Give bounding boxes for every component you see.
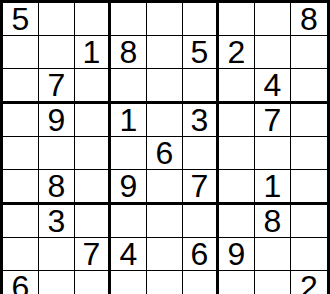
cell-r2c2[interactable]: [39, 36, 75, 69]
cell-r9c1: 6: [3, 271, 39, 294]
cell-r5c7[interactable]: [219, 137, 255, 170]
cell-r9c5[interactable]: [147, 271, 183, 294]
cell-r6c6: 7: [183, 170, 219, 205]
cell-r6c2: 8: [39, 170, 75, 205]
cell-r3c2: 7: [39, 69, 75, 104]
cell-r5c6[interactable]: [183, 137, 219, 170]
cell-r5c2[interactable]: [39, 137, 75, 170]
cell-r9c8[interactable]: [255, 271, 291, 294]
cell-r4c2: 9: [39, 104, 75, 137]
cell-r3c7[interactable]: [219, 69, 255, 104]
cell-r9c6[interactable]: [183, 271, 219, 294]
cell-r5c4[interactable]: [111, 137, 147, 170]
cell-r7c3[interactable]: [75, 205, 111, 238]
cell-r2c4: 8: [111, 36, 147, 69]
cell-r8c4: 4: [111, 238, 147, 271]
cell-r3c5[interactable]: [147, 69, 183, 104]
cell-r1c7[interactable]: [219, 3, 255, 36]
cell-r2c9[interactable]: [291, 36, 327, 69]
cell-r3c9[interactable]: [291, 69, 327, 104]
cell-r3c6[interactable]: [183, 69, 219, 104]
cell-r8c7: 9: [219, 238, 255, 271]
cell-r4c4: 1: [111, 104, 147, 137]
cell-r5c5: 6: [147, 137, 183, 170]
cell-r8c2[interactable]: [39, 238, 75, 271]
cell-r7c9[interactable]: [291, 205, 327, 238]
cell-r9c2[interactable]: [39, 271, 75, 294]
cell-r7c8: 8: [255, 205, 291, 238]
cell-r9c9: 2: [291, 271, 327, 294]
cell-r7c2: 3: [39, 205, 75, 238]
cell-r7c6[interactable]: [183, 205, 219, 238]
cell-r8c3: 7: [75, 238, 111, 271]
cell-r9c7[interactable]: [219, 271, 255, 294]
cell-r4c3[interactable]: [75, 104, 111, 137]
sudoku-board: 5818527491376897138746962: [0, 0, 330, 294]
cell-r6c8: 1: [255, 170, 291, 205]
cell-r5c8[interactable]: [255, 137, 291, 170]
cell-r5c9[interactable]: [291, 137, 327, 170]
cell-r2c7: 2: [219, 36, 255, 69]
cell-r3c4[interactable]: [111, 69, 147, 104]
cell-r3c8: 4: [255, 69, 291, 104]
cell-r8c5[interactable]: [147, 238, 183, 271]
cell-r6c3[interactable]: [75, 170, 111, 205]
cell-r6c4: 9: [111, 170, 147, 205]
cell-r9c3[interactable]: [75, 271, 111, 294]
cell-r4c1[interactable]: [3, 104, 39, 137]
cell-r2c5[interactable]: [147, 36, 183, 69]
cell-r4c9[interactable]: [291, 104, 327, 137]
cell-r1c6[interactable]: [183, 3, 219, 36]
cell-r8c8[interactable]: [255, 238, 291, 271]
cell-r6c9[interactable]: [291, 170, 327, 205]
cell-r4c8: 7: [255, 104, 291, 137]
cell-r2c3: 1: [75, 36, 111, 69]
cell-r1c9: 8: [291, 3, 327, 36]
cell-r4c5[interactable]: [147, 104, 183, 137]
cell-r7c7[interactable]: [219, 205, 255, 238]
cell-r7c1[interactable]: [3, 205, 39, 238]
cell-r1c3[interactable]: [75, 3, 111, 36]
cell-r2c1[interactable]: [3, 36, 39, 69]
cell-r6c1[interactable]: [3, 170, 39, 205]
cell-r2c6: 5: [183, 36, 219, 69]
cell-r1c2[interactable]: [39, 3, 75, 36]
cell-r6c5[interactable]: [147, 170, 183, 205]
cell-r1c4[interactable]: [111, 3, 147, 36]
cell-r3c3[interactable]: [75, 69, 111, 104]
cell-r9c4[interactable]: [111, 271, 147, 294]
cell-r4c7[interactable]: [219, 104, 255, 137]
cell-r1c8[interactable]: [255, 3, 291, 36]
cell-r7c4[interactable]: [111, 205, 147, 238]
cell-r8c1[interactable]: [3, 238, 39, 271]
cell-r1c1: 5: [3, 3, 39, 36]
cell-r3c1[interactable]: [3, 69, 39, 104]
cell-r5c3[interactable]: [75, 137, 111, 170]
cell-r7c5[interactable]: [147, 205, 183, 238]
cell-r4c6: 3: [183, 104, 219, 137]
cell-r8c9[interactable]: [291, 238, 327, 271]
cell-r5c1[interactable]: [3, 137, 39, 170]
cell-r2c8[interactable]: [255, 36, 291, 69]
cell-r1c5[interactable]: [147, 3, 183, 36]
cell-r8c6: 6: [183, 238, 219, 271]
cell-r6c7[interactable]: [219, 170, 255, 205]
